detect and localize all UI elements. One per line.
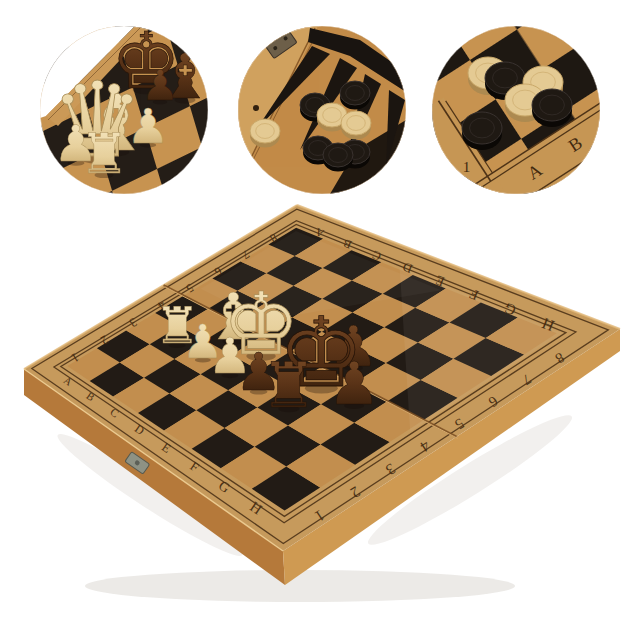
inset3-disc-black-6 <box>462 112 502 144</box>
inset-backgammon <box>238 26 406 194</box>
scene-svg: AABBCCDDEEFFGGHH1122334455667788♝♜♚♟♟♟♚♟… <box>0 0 630 630</box>
black-pawn-g4: ♟ <box>328 349 381 418</box>
inset3-disc-black-5 <box>532 89 572 121</box>
main-board: AABBCCDDEEFFGGHH1122334455667788♝♜♚♟♟♟♚♟… <box>24 205 620 602</box>
inset3-label-1: 1 <box>463 159 471 175</box>
inset1-white-rook: ♜ <box>79 121 129 186</box>
inset2-checker-light-4 <box>341 111 371 135</box>
inset-chess-closeup: ♚♝♟♟♝♛♟♜ <box>40 16 213 194</box>
black-rook-f3: ♜ <box>261 349 317 422</box>
product-photo-page: AABBCCDDEEFFGGHH1122334455667788♝♜♚♟♟♟♚♟… <box>0 0 630 630</box>
inset2-checker-black-8 <box>323 143 353 167</box>
inset2-checker-light-5 <box>250 119 280 143</box>
inset2-checker-black-1 <box>340 81 370 105</box>
